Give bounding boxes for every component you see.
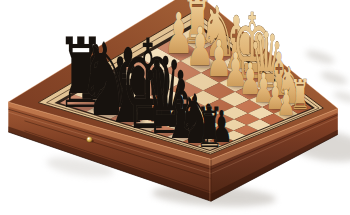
chess-scene: ♜♟♞♟♝♟♚♟♛♟♝♟♟♞♜♟♟♜♞♟♟♝♟♟♚♟♛♟♝♟♞♜ bbox=[0, 0, 350, 215]
piece-black-rook-a8: ♜ bbox=[196, 95, 223, 161]
chess-set-product-photo: ♜♟♞♟♝♟♚♟♛♟♝♟♟♞♜♟♟♜♞♟♟♝♟♟♚♟♛♟♝♟♞♜ bbox=[0, 0, 350, 215]
piece-white-pawn-a2: ♟ bbox=[277, 82, 295, 124]
